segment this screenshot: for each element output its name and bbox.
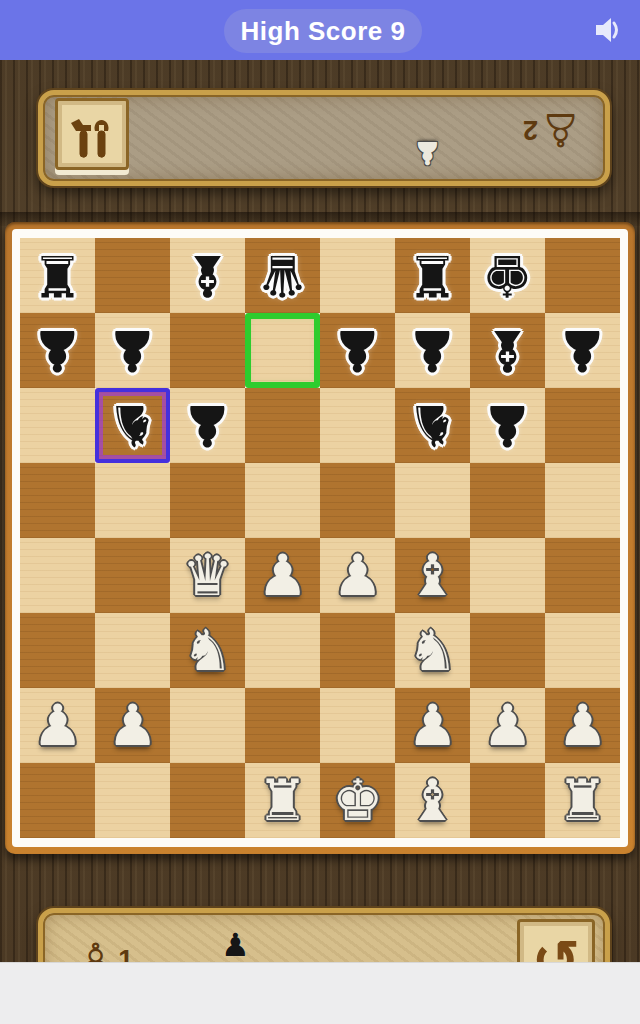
square-g4[interactable] [470,538,545,613]
square-f2[interactable]: ♟ [395,688,470,763]
square-g3[interactable] [470,613,545,688]
square-d3[interactable] [245,613,320,688]
square-f6[interactable]: ♞ [395,388,470,463]
piece-white-king: ♚ [332,763,383,838]
square-d6[interactable] [245,388,320,463]
piece-black-king: ♚ [482,238,533,313]
player2-number: 2 [523,115,538,146]
chess-board-border: ♜♝♛♜♚♟♟♟♟♝♟♞♟♞♟♛♟♟♝♞♞♟♟♟♟♟♜♚♝♜ [12,229,628,847]
square-b5[interactable] [95,463,170,538]
piece-black-queen: ♛ [257,238,308,313]
square-g5[interactable] [470,463,545,538]
square-c6[interactable]: ♟ [170,388,245,463]
square-d8[interactable]: ♛ [245,238,320,313]
square-d7[interactable] [245,313,320,388]
square-g1[interactable] [470,763,545,838]
square-a5[interactable] [20,463,95,538]
piece-white-rook: ♜ [257,763,308,838]
piece-white-queen: ♛ [182,538,233,613]
bottom-bar [0,962,640,1024]
piece-black-bishop: ♝ [482,313,533,388]
opponent-tray: ♟ ♙ 2 [38,90,610,186]
square-g2[interactable]: ♟ [470,688,545,763]
square-c4[interactable]: ♛ [170,538,245,613]
square-a4[interactable] [20,538,95,613]
square-d4[interactable]: ♟ [245,538,320,613]
piece-white-rook: ♜ [557,763,608,838]
square-h5[interactable] [545,463,620,538]
piece-white-pawn: ♟ [407,688,458,763]
piece-black-pawn: ♟ [407,313,458,388]
piece-white-knight: ♞ [182,613,233,688]
piece-black-pawn: ♟ [107,313,158,388]
square-e4[interactable]: ♟ [320,538,395,613]
square-b2[interactable]: ♟ [95,688,170,763]
square-e1[interactable]: ♚ [320,763,395,838]
piece-black-pawn: ♟ [557,313,608,388]
piece-black-pawn: ♟ [332,313,383,388]
piece-white-bishop: ♝ [407,538,458,613]
square-c8[interactable]: ♝ [170,238,245,313]
header-bar: High Score 9 [0,0,640,60]
square-d5[interactable] [245,463,320,538]
sound-toggle-button[interactable] [594,16,624,44]
piece-black-knight: ♞ [107,388,158,463]
piece-black-pawn: ♟ [182,388,233,463]
piece-white-pawn: ♟ [557,688,608,763]
high-score-label: High Score 9 [241,16,406,47]
square-d1[interactable]: ♜ [245,763,320,838]
square-f3[interactable]: ♞ [395,613,470,688]
piece-black-knight: ♞ [407,388,458,463]
square-f7[interactable]: ♟ [395,313,470,388]
chess-board-frame: ♜♝♛♜♚♟♟♟♟♝♟♞♟♞♟♛♟♟♝♞♞♟♟♟♟♟♜♚♝♜ [5,222,635,854]
tools-icon [69,108,115,161]
square-a6[interactable] [20,388,95,463]
captured-black-pawn-icon: ♟ [221,929,250,961]
square-f4[interactable]: ♝ [395,538,470,613]
piece-white-pawn: ♟ [107,688,158,763]
square-f8[interactable]: ♜ [395,238,470,313]
piece-black-rook: ♜ [407,238,458,313]
square-b1[interactable] [95,763,170,838]
piece-white-pawn: ♟ [332,538,383,613]
square-a2[interactable]: ♟ [20,688,95,763]
square-b8[interactable] [95,238,170,313]
square-g7[interactable]: ♝ [470,313,545,388]
square-c3[interactable]: ♞ [170,613,245,688]
piece-white-pawn: ♟ [257,538,308,613]
piece-black-pawn: ♟ [32,313,83,388]
high-score-pill: High Score 9 [224,9,422,53]
square-e6[interactable] [320,388,395,463]
chess-board: ♜♝♛♜♚♟♟♟♟♝♟♞♟♞♟♛♟♟♝♞♞♟♟♟♟♟♜♚♝♜ [20,238,620,838]
square-a7[interactable]: ♟ [20,313,95,388]
captured-white-pawn-icon: ♟ [413,137,442,169]
square-c7[interactable] [170,313,245,388]
player2-badge: ♙ 2 [523,107,581,153]
square-d2[interactable] [245,688,320,763]
square-h8[interactable] [545,238,620,313]
square-b6[interactable]: ♞ [95,388,170,463]
square-g8[interactable]: ♚ [470,238,545,313]
square-a1[interactable] [20,763,95,838]
square-e8[interactable] [320,238,395,313]
square-b3[interactable] [95,613,170,688]
square-h6[interactable] [545,388,620,463]
square-c2[interactable] [170,688,245,763]
app-screen: High Score 9 [0,0,640,1024]
square-e3[interactable] [320,613,395,688]
piece-black-bishop: ♝ [182,238,233,313]
square-a3[interactable] [20,613,95,688]
square-g6[interactable]: ♟ [470,388,545,463]
square-c1[interactable] [170,763,245,838]
player-badge-pawn-icon: ♙ [540,107,581,153]
settings-button[interactable] [55,98,129,170]
piece-black-pawn: ♟ [482,388,533,463]
piece-white-bishop: ♝ [407,763,458,838]
piece-white-knight: ♞ [407,613,458,688]
square-a8[interactable]: ♜ [20,238,95,313]
square-b7[interactable]: ♟ [95,313,170,388]
piece-black-rook: ♜ [32,238,83,313]
square-e2[interactable] [320,688,395,763]
square-h1[interactable]: ♜ [545,763,620,838]
square-h2[interactable]: ♟ [545,688,620,763]
square-f5[interactable] [395,463,470,538]
square-b4[interactable] [95,538,170,613]
square-c5[interactable] [170,463,245,538]
speaker-icon [594,32,624,47]
piece-white-pawn: ♟ [482,688,533,763]
square-h3[interactable] [545,613,620,688]
square-e5[interactable] [320,463,395,538]
square-e7[interactable]: ♟ [320,313,395,388]
piece-white-pawn: ♟ [32,688,83,763]
square-h4[interactable] [545,538,620,613]
square-f1[interactable]: ♝ [395,763,470,838]
square-h7[interactable]: ♟ [545,313,620,388]
